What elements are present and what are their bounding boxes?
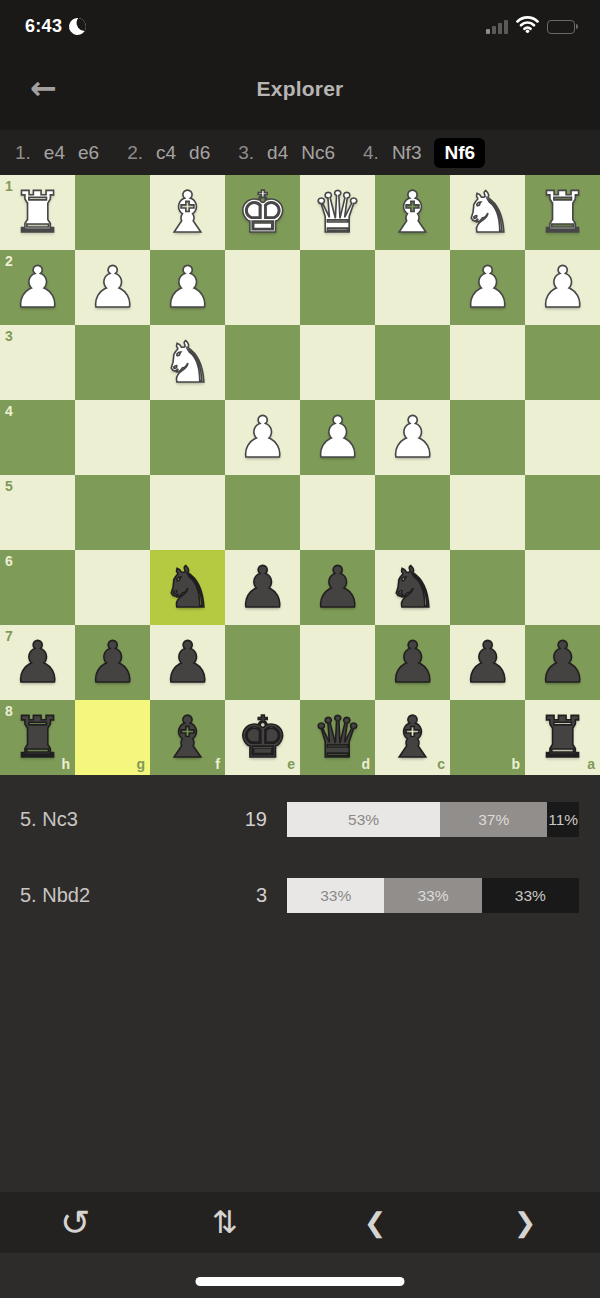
file-label-g: g	[136, 757, 145, 771]
wifi-icon	[516, 16, 539, 37]
square-d1[interactable]: ♛	[300, 175, 375, 250]
square-f5[interactable]	[150, 475, 225, 550]
rank-label-8: 8	[5, 704, 13, 718]
square-h3[interactable]: 3	[0, 325, 75, 400]
move-pair-4: 4. Nf3 Nf6	[363, 142, 485, 164]
square-b7[interactable]: ♟	[450, 625, 525, 700]
square-d3[interactable]	[300, 325, 375, 400]
square-h2[interactable]: 2♟	[0, 250, 75, 325]
square-h7[interactable]: 7♟	[0, 625, 75, 700]
square-b8[interactable]: b	[450, 700, 525, 775]
square-c4[interactable]: ♟	[375, 400, 450, 475]
square-e5[interactable]	[225, 475, 300, 550]
clock-time: 6:43	[25, 16, 62, 37]
square-e8[interactable]: e♚	[225, 700, 300, 775]
move-pair-2: 2. c4 d6	[127, 142, 210, 164]
rank-label-7: 7	[5, 629, 13, 643]
signal-icon	[486, 20, 508, 34]
square-c3[interactable]	[375, 325, 450, 400]
move-number: 2.	[127, 142, 143, 164]
result-bar: 33% 33% 33%	[287, 878, 579, 913]
piece-black-knight: ♞	[150, 550, 225, 625]
status-left: 6:43	[25, 16, 86, 37]
square-b2[interactable]: ♟	[450, 250, 525, 325]
square-a1[interactable]: ♜	[525, 175, 600, 250]
square-d5[interactable]	[300, 475, 375, 550]
square-b4[interactable]	[450, 400, 525, 475]
file-label-e: e	[287, 757, 295, 771]
black-wins-segment: 11%	[547, 802, 579, 837]
reset-icon[interactable]: ↺	[0, 1205, 150, 1241]
move-nc6[interactable]: Nc6	[301, 142, 335, 164]
explorer-move-label: 5. Nbd2	[0, 884, 195, 907]
piece-white-knight: ♞	[450, 175, 525, 250]
chess-board: 1♜♝♚♛♝♞♜2♟♟♟♟♟3♞4♟♟♟56♞♟♟♞7♟♟♟♟♟♟8h♜gf♝e…	[0, 175, 600, 775]
status-right	[486, 16, 578, 37]
square-f4[interactable]	[150, 400, 225, 475]
square-h5[interactable]: 5	[0, 475, 75, 550]
bottom-toolbar: ↺ ⇅ ❮ ❯	[0, 1192, 600, 1253]
square-h4[interactable]: 4	[0, 400, 75, 475]
square-d4[interactable]: ♟	[300, 400, 375, 475]
square-e7[interactable]	[225, 625, 300, 700]
square-f7[interactable]: ♟	[150, 625, 225, 700]
square-c7[interactable]: ♟	[375, 625, 450, 700]
piece-white-pawn: ♟	[225, 400, 300, 475]
square-d8[interactable]: d♛	[300, 700, 375, 775]
square-a7[interactable]: ♟	[525, 625, 600, 700]
next-move-icon[interactable]: ❯	[450, 1209, 600, 1236]
file-label-c: c	[437, 757, 445, 771]
piece-white-pawn: ♟	[450, 250, 525, 325]
square-f2[interactable]: ♟	[150, 250, 225, 325]
square-f8[interactable]: f♝	[150, 700, 225, 775]
piece-black-pawn: ♟	[225, 550, 300, 625]
move-number: 4.	[363, 142, 379, 164]
piece-black-pawn: ♟	[300, 550, 375, 625]
square-g2[interactable]: ♟	[75, 250, 150, 325]
move-c4[interactable]: c4	[156, 142, 176, 164]
nav-header: ← Explorer	[0, 47, 600, 130]
square-e3[interactable]	[225, 325, 300, 400]
square-g5[interactable]	[75, 475, 150, 550]
rank-label-6: 6	[5, 554, 13, 568]
draws-segment: 37%	[440, 802, 547, 837]
square-e2[interactable]	[225, 250, 300, 325]
top-bar-block: 6:43 ←	[0, 0, 600, 175]
black-wins-segment: 33%	[482, 878, 579, 913]
square-c1[interactable]: ♝	[375, 175, 450, 250]
opening-explorer: 5. Nc3 19 53% 37% 11% 5. Nbd2 3 33% 33% …	[0, 775, 600, 913]
square-d2[interactable]	[300, 250, 375, 325]
explorer-game-count: 3	[195, 884, 267, 907]
square-g1[interactable]	[75, 175, 150, 250]
piece-white-bishop: ♝	[375, 175, 450, 250]
move-d6[interactable]: d6	[189, 142, 210, 164]
home-indicator[interactable]	[196, 1277, 405, 1286]
move-nf6-current[interactable]: Nf6	[434, 138, 485, 168]
piece-white-knight: ♞	[150, 325, 225, 400]
piece-black-pawn: ♟	[525, 625, 600, 700]
square-g4[interactable]	[75, 400, 150, 475]
moon-dnd-icon	[68, 17, 87, 36]
move-pair-3: 3. d4 Nc6	[238, 142, 335, 164]
square-f3[interactable]: ♞	[150, 325, 225, 400]
piece-white-pawn: ♟	[150, 250, 225, 325]
move-number: 3.	[238, 142, 254, 164]
square-a6[interactable]	[525, 550, 600, 625]
piece-white-bishop: ♝	[150, 175, 225, 250]
square-e6[interactable]: ♟	[225, 550, 300, 625]
explorer-game-count: 19	[195, 808, 267, 831]
piece-white-pawn: ♟	[75, 250, 150, 325]
move-d4[interactable]: d4	[267, 142, 288, 164]
move-number: 1.	[15, 142, 31, 164]
file-label-f: f	[215, 757, 220, 771]
file-label-a: a	[587, 757, 595, 771]
piece-white-queen: ♛	[300, 175, 375, 250]
explorer-move-label: 5. Nc3	[0, 808, 195, 831]
file-label-d: d	[361, 757, 370, 771]
square-h6[interactable]: 6	[0, 550, 75, 625]
square-g3[interactable]	[75, 325, 150, 400]
square-f1[interactable]: ♝	[150, 175, 225, 250]
square-b6[interactable]	[450, 550, 525, 625]
square-b3[interactable]	[450, 325, 525, 400]
previous-move-icon[interactable]: ❮	[300, 1209, 450, 1236]
square-a2[interactable]: ♟	[525, 250, 600, 325]
back-button[interactable]: ←	[30, 71, 57, 103]
piece-black-pawn: ♟	[375, 625, 450, 700]
square-c5[interactable]	[375, 475, 450, 550]
square-a4[interactable]	[525, 400, 600, 475]
move-pair-1: 1. e4 e6	[15, 142, 99, 164]
square-g6[interactable]	[75, 550, 150, 625]
piece-white-king: ♚	[225, 175, 300, 250]
file-label-b: b	[511, 757, 520, 771]
result-bar: 53% 37% 11%	[287, 802, 579, 837]
rank-label-5: 5	[5, 479, 13, 493]
white-wins-segment: 53%	[287, 802, 440, 837]
piece-black-pawn: ♟	[150, 625, 225, 700]
square-d6[interactable]: ♟	[300, 550, 375, 625]
battery-icon	[547, 20, 578, 34]
piece-black-knight: ♞	[375, 550, 450, 625]
rank-label-3: 3	[5, 329, 13, 343]
app-screen: 6:43 ←	[0, 0, 600, 1298]
piece-white-pawn: ♟	[525, 250, 600, 325]
square-a8[interactable]: a♜	[525, 700, 600, 775]
square-h8[interactable]: 8h♜	[0, 700, 75, 775]
square-c2[interactable]	[375, 250, 450, 325]
piece-white-rook: ♜	[525, 175, 600, 250]
square-c6[interactable]: ♞	[375, 550, 450, 625]
file-label-h: h	[61, 757, 70, 771]
page-title: Explorer	[257, 77, 344, 101]
square-g8[interactable]: g	[75, 700, 150, 775]
move-nf3[interactable]: Nf3	[392, 142, 422, 164]
explorer-row-nbd2[interactable]: 5. Nbd2 3 33% 33% 33%	[0, 878, 600, 913]
square-g7[interactable]: ♟	[75, 625, 150, 700]
square-e1[interactable]: ♚	[225, 175, 300, 250]
move-e6[interactable]: e6	[78, 142, 99, 164]
rank-label-1: 1	[5, 179, 13, 193]
square-e4[interactable]: ♟	[225, 400, 300, 475]
move-e4[interactable]: e4	[44, 142, 65, 164]
piece-black-pawn: ♟	[75, 625, 150, 700]
rank-label-4: 4	[5, 404, 13, 418]
piece-white-pawn: ♟	[375, 400, 450, 475]
piece-black-pawn: ♟	[450, 625, 525, 700]
square-c8[interactable]: c♝	[375, 700, 450, 775]
draws-segment: 33%	[384, 878, 481, 913]
square-a5[interactable]	[525, 475, 600, 550]
white-wins-segment: 33%	[287, 878, 384, 913]
rank-label-2: 2	[5, 254, 13, 268]
square-b1[interactable]: ♞	[450, 175, 525, 250]
piece-black-bishop: ♝	[150, 700, 225, 775]
flip-board-icon[interactable]: ⇅	[150, 1207, 300, 1238]
square-a3[interactable]	[525, 325, 600, 400]
square-f6[interactable]: ♞	[150, 550, 225, 625]
square-d7[interactable]	[300, 625, 375, 700]
explorer-row-nc3[interactable]: 5. Nc3 19 53% 37% 11%	[0, 802, 600, 837]
move-list: 1. e4 e6 2. c4 d6 3. d4 Nc6 4. Nf3 Nf6	[0, 130, 600, 175]
piece-white-pawn: ♟	[300, 400, 375, 475]
square-h1[interactable]: 1♜	[0, 175, 75, 250]
status-bar: 6:43	[0, 0, 600, 47]
square-b5[interactable]	[450, 475, 525, 550]
